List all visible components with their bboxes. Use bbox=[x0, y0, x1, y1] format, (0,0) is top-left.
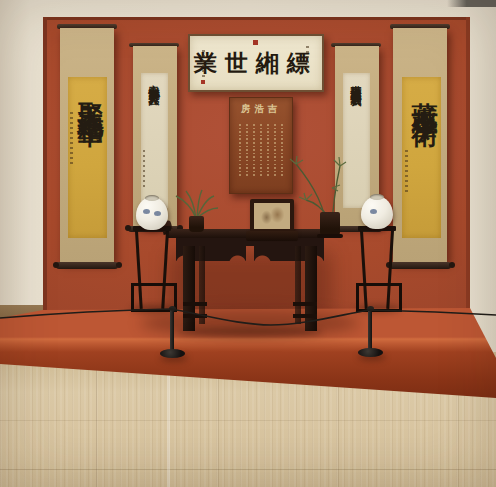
tablet-text-column bbox=[239, 124, 241, 176]
orchid-pot bbox=[189, 216, 204, 232]
tablet-text-column bbox=[281, 124, 283, 176]
couplet-text-outer-left: 聚天地精華 bbox=[74, 81, 109, 106]
scroll-roller bbox=[389, 262, 451, 269]
couplet-text-outer-right: 藏古今學術 bbox=[408, 81, 443, 106]
porcelain-jar-left bbox=[136, 197, 168, 230]
tablet-title: 房浩吉 bbox=[230, 103, 292, 116]
couplet-text-inner-right: 世事如棋讓一著不為虧我 bbox=[350, 76, 361, 87]
jar-mouth bbox=[370, 194, 384, 200]
stanchion-base-left bbox=[160, 349, 185, 358]
wooden-tablet: 房浩吉 bbox=[229, 97, 293, 194]
jar-mouth bbox=[145, 195, 159, 201]
jar-motif bbox=[370, 209, 377, 214]
tablet-text-column bbox=[260, 124, 262, 176]
stanchion-rope bbox=[0, 300, 496, 340]
table-screen-photo bbox=[254, 203, 290, 229]
inscription-column bbox=[202, 50, 205, 78]
jar-motif bbox=[143, 209, 150, 214]
horizontal-plaque: 業世緗縹 bbox=[188, 34, 324, 92]
tablet-text-column bbox=[274, 124, 276, 176]
roller-knob bbox=[125, 225, 131, 231]
seal-stamp bbox=[253, 40, 258, 45]
floor-seam bbox=[0, 469, 496, 470]
tablet-text-column bbox=[253, 124, 255, 176]
floor-joint bbox=[96, 352, 97, 487]
inscription-column bbox=[306, 46, 309, 72]
scroll-cream-field bbox=[141, 73, 168, 208]
pot-saucer bbox=[317, 234, 343, 238]
plaque-text: 業世緗縹 bbox=[190, 48, 322, 79]
exhibit-photo: 聚天地精華 藏古今學術 心田似海納百川方見容人 世事如棋讓一著不為虧我 業世緗縹… bbox=[0, 0, 496, 487]
jar-motif bbox=[154, 211, 161, 216]
signature-column bbox=[143, 150, 145, 188]
roller-knob bbox=[116, 262, 122, 268]
stanchion-base-right bbox=[358, 348, 383, 357]
floor-seam bbox=[0, 420, 496, 421]
bamboo-pot bbox=[320, 212, 340, 236]
signature-column bbox=[405, 150, 408, 195]
tablet-text-column bbox=[246, 124, 248, 176]
seal-stamp bbox=[201, 80, 205, 84]
couplet-text-inner-left: 心田似海納百川方見容人 bbox=[148, 76, 159, 87]
roller-knob bbox=[449, 262, 455, 268]
scroll-roller bbox=[56, 262, 118, 269]
floor-vein bbox=[167, 358, 170, 487]
signature-column bbox=[70, 112, 73, 167]
bamboo-plant bbox=[288, 148, 350, 240]
roller-knob bbox=[53, 262, 59, 268]
porcelain-jar-right bbox=[361, 196, 393, 229]
ceiling-strip bbox=[447, 0, 496, 7]
tablet-text-column bbox=[267, 124, 269, 176]
